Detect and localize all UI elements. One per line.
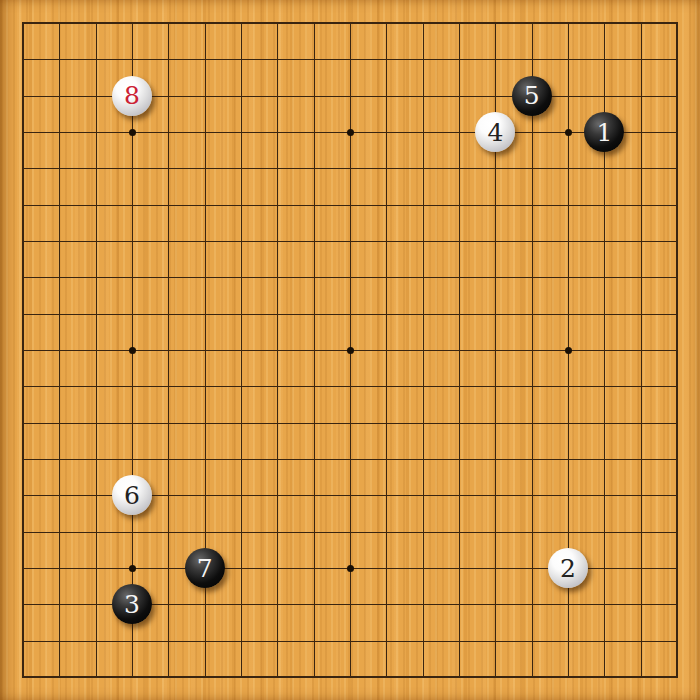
move-number: 4 [487,120,503,145]
stone-black-5-O17: 5 [512,76,552,116]
stone-white-2-Q4: 2 [548,548,588,588]
grid-line-vertical [459,23,460,677]
star-point-Q10 [565,347,572,354]
move-number-last: 8 [124,83,140,108]
star-point-K10 [347,347,354,354]
move-number: 6 [124,483,140,508]
move-number: 2 [560,556,576,581]
move-number: 1 [596,120,612,145]
grid-line-vertical [641,23,642,677]
star-point-D16 [129,129,136,136]
star-point-K16 [347,129,354,136]
grid-line-horizontal [23,459,677,460]
move-number: 7 [197,556,213,581]
star-point-D4 [129,565,136,572]
stone-black-7-F4: 7 [185,548,225,588]
star-point-D10 [129,347,136,354]
grid-line-vertical [386,23,387,677]
grid-line-vertical [423,23,424,677]
grid-line-horizontal [23,423,677,424]
star-point-K4 [347,565,354,572]
move-number: 3 [124,592,140,617]
grid-line-horizontal [23,386,677,387]
grid-line-horizontal [23,641,677,642]
stone-white-8-D17: 8 [112,76,152,116]
go-board[interactable]: 12345678 [0,0,700,700]
star-point-Q16 [565,129,572,136]
grid-line-horizontal [23,532,677,533]
move-number: 5 [524,83,540,108]
grid-line-vertical [532,23,533,677]
